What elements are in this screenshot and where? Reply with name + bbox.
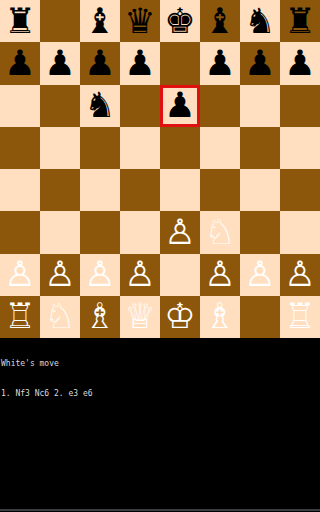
piece-white-bishop[interactable]: ♗ [204, 299, 235, 334]
square-c3[interactable] [80, 211, 120, 253]
square-f1[interactable]: ♗ [200, 296, 240, 338]
piece-black-bishop[interactable]: ♝ [204, 4, 235, 39]
square-a8[interactable]: ♜ [0, 0, 40, 42]
square-d6[interactable] [120, 85, 160, 127]
square-d1[interactable]: ♕ [120, 296, 160, 338]
square-g2[interactable]: ♙ [240, 254, 280, 296]
square-a1[interactable]: ♖ [0, 296, 40, 338]
piece-black-rook[interactable]: ♜ [4, 4, 35, 39]
square-h4[interactable] [280, 169, 320, 211]
square-g1[interactable] [240, 296, 280, 338]
piece-white-king[interactable]: ♔ [164, 299, 195, 334]
square-c2[interactable]: ♙ [80, 254, 120, 296]
piece-white-pawn[interactable]: ♙ [284, 257, 315, 292]
square-d2[interactable]: ♙ [120, 254, 160, 296]
piece-black-pawn[interactable]: ♟ [4, 46, 35, 81]
square-g5[interactable] [240, 127, 280, 169]
piece-white-rook[interactable]: ♖ [4, 299, 35, 334]
turn-indicator: White's move [1, 359, 320, 369]
piece-black-pawn[interactable]: ♟ [284, 46, 315, 81]
square-c5[interactable] [80, 127, 120, 169]
piece-black-pawn[interactable]: ♟ [204, 46, 235, 81]
piece-white-pawn[interactable]: ♙ [124, 257, 155, 292]
square-a6[interactable] [0, 85, 40, 127]
square-a5[interactable] [0, 127, 40, 169]
square-b6[interactable] [40, 85, 80, 127]
square-b2[interactable]: ♙ [40, 254, 80, 296]
square-h8[interactable]: ♜ [280, 0, 320, 42]
piece-black-pawn[interactable]: ♟ [244, 46, 275, 81]
piece-white-pawn[interactable]: ♙ [4, 257, 35, 292]
square-g8[interactable]: ♞ [240, 0, 280, 42]
square-h5[interactable] [280, 127, 320, 169]
square-e1[interactable]: ♔ [160, 296, 200, 338]
square-a3[interactable] [0, 211, 40, 253]
piece-black-rook[interactable]: ♜ [284, 4, 315, 39]
square-c8[interactable]: ♝ [80, 0, 120, 42]
piece-black-pawn[interactable]: ♟ [84, 46, 115, 81]
piece-white-knight[interactable]: ♘ [204, 215, 235, 250]
square-f6[interactable] [200, 85, 240, 127]
square-e2[interactable] [160, 254, 200, 296]
piece-white-pawn[interactable]: ♙ [244, 257, 275, 292]
move-list: 1. Nf3 Nc6 2. e3 e6 [1, 389, 320, 399]
square-f5[interactable] [200, 127, 240, 169]
square-d5[interactable] [120, 127, 160, 169]
square-f4[interactable] [200, 169, 240, 211]
chess-app-window: ♜♝♛♚♝♞♜♟♟♟♟♟♟♟♞♟♙♘♙♙♙♙♙♙♙♖♘♗♕♔♗♖ White's… [0, 0, 320, 512]
piece-black-pawn[interactable]: ♟ [164, 88, 195, 123]
square-b3[interactable] [40, 211, 80, 253]
piece-white-pawn[interactable]: ♙ [164, 215, 195, 250]
square-a4[interactable] [0, 169, 40, 211]
square-h3[interactable] [280, 211, 320, 253]
square-d7[interactable]: ♟ [120, 42, 160, 84]
bottom-border [0, 509, 320, 511]
square-h7[interactable]: ♟ [280, 42, 320, 84]
piece-black-bishop[interactable]: ♝ [84, 4, 115, 39]
square-f7[interactable]: ♟ [200, 42, 240, 84]
piece-black-pawn[interactable]: ♟ [44, 46, 75, 81]
square-h6[interactable] [280, 85, 320, 127]
chess-board: ♜♝♛♚♝♞♜♟♟♟♟♟♟♟♞♟♙♘♙♙♙♙♙♙♙♖♘♗♕♔♗♖ [0, 0, 320, 338]
square-h1[interactable]: ♖ [280, 296, 320, 338]
square-b7[interactable]: ♟ [40, 42, 80, 84]
square-b5[interactable] [40, 127, 80, 169]
square-e8[interactable]: ♚ [160, 0, 200, 42]
square-c7[interactable]: ♟ [80, 42, 120, 84]
square-g6[interactable] [240, 85, 280, 127]
square-c6[interactable]: ♞ [80, 85, 120, 127]
square-e3[interactable]: ♙ [160, 211, 200, 253]
piece-black-pawn[interactable]: ♟ [124, 46, 155, 81]
square-c1[interactable]: ♗ [80, 296, 120, 338]
square-g7[interactable]: ♟ [240, 42, 280, 84]
square-a2[interactable]: ♙ [0, 254, 40, 296]
square-f2[interactable]: ♙ [200, 254, 240, 296]
piece-white-knight[interactable]: ♘ [44, 299, 75, 334]
square-g4[interactable] [240, 169, 280, 211]
piece-black-knight[interactable]: ♞ [84, 88, 115, 123]
piece-black-king[interactable]: ♚ [164, 4, 195, 39]
square-h2[interactable]: ♙ [280, 254, 320, 296]
square-e6-last-move-highlight[interactable]: ♟ [160, 85, 200, 127]
square-f8[interactable]: ♝ [200, 0, 240, 42]
piece-white-rook[interactable]: ♖ [284, 299, 315, 334]
square-b4[interactable] [40, 169, 80, 211]
square-e5[interactable] [160, 127, 200, 169]
square-e7[interactable] [160, 42, 200, 84]
piece-black-queen[interactable]: ♛ [124, 4, 155, 39]
square-d3[interactable] [120, 211, 160, 253]
square-e4[interactable] [160, 169, 200, 211]
square-g3[interactable] [240, 211, 280, 253]
piece-white-pawn[interactable]: ♙ [204, 257, 235, 292]
square-b1[interactable]: ♘ [40, 296, 80, 338]
square-d4[interactable] [120, 169, 160, 211]
piece-white-queen[interactable]: ♕ [124, 299, 155, 334]
status-bar: White's move 1. Nf3 Nc6 2. e3 e6 [0, 338, 320, 419]
square-c4[interactable] [80, 169, 120, 211]
square-f3[interactable]: ♘ [200, 211, 240, 253]
piece-black-knight[interactable]: ♞ [244, 4, 275, 39]
piece-white-pawn[interactable]: ♙ [44, 257, 75, 292]
square-b8[interactable] [40, 0, 80, 42]
square-a7[interactable]: ♟ [0, 42, 40, 84]
piece-white-pawn[interactable]: ♙ [84, 257, 115, 292]
piece-white-bishop[interactable]: ♗ [84, 299, 115, 334]
square-d8[interactable]: ♛ [120, 0, 160, 42]
